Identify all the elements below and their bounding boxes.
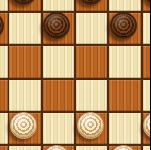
square-r2c0 — [0, 46, 8, 78]
square-r3c5 — [143, 80, 151, 112]
square-r5c0[interactable] — [0, 146, 8, 150]
square-r2c4 — [109, 46, 141, 78]
square-r1c5 — [143, 13, 151, 45]
square-r0c0 — [0, 0, 8, 11]
checkers-board — [0, 0, 150, 150]
square-r2c1[interactable] — [9, 46, 41, 78]
square-r4c4 — [109, 113, 141, 145]
square-r0c4 — [109, 0, 141, 11]
square-r0c2 — [43, 0, 75, 11]
square-r5c1 — [9, 146, 41, 150]
square-r2c2 — [43, 46, 75, 78]
square-r4c0 — [0, 113, 8, 145]
square-r5c3 — [76, 146, 108, 150]
square-r3c3 — [76, 80, 108, 112]
square-r1c3 — [76, 13, 108, 45]
square-r1c1 — [9, 13, 41, 45]
square-r3c1 — [9, 80, 41, 112]
square-r2c5[interactable] — [143, 46, 151, 78]
square-r5c5 — [143, 146, 151, 150]
light-piece[interactable] — [10, 112, 37, 139]
square-r2c3[interactable] — [76, 46, 108, 78]
square-r3c0[interactable] — [0, 80, 8, 112]
square-r3c2[interactable] — [43, 80, 75, 112]
light-piece[interactable] — [77, 112, 104, 139]
dark-piece[interactable] — [43, 12, 70, 39]
dark-piece[interactable] — [110, 12, 137, 39]
square-r3c4[interactable] — [109, 80, 141, 112]
square-r4c2 — [43, 113, 75, 145]
